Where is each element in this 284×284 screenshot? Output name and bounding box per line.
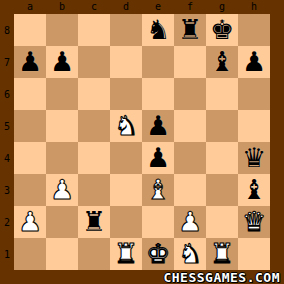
file-label-a: a <box>14 0 46 14</box>
square-c7 <box>78 46 110 78</box>
square-d2 <box>110 206 142 238</box>
square-g3 <box>206 174 238 206</box>
square-a8 <box>14 14 46 46</box>
square-h5 <box>238 110 270 142</box>
square-f4 <box>174 142 206 174</box>
square-a7: ♟ <box>14 46 46 78</box>
square-e5: ♟ <box>142 110 174 142</box>
rank-labels: 87654321 <box>0 14 14 270</box>
square-c3 <box>78 174 110 206</box>
square-b5 <box>46 110 78 142</box>
white-knight-piece: ♞ <box>110 110 142 142</box>
square-a5 <box>14 110 46 142</box>
square-d1: ♜ <box>110 238 142 270</box>
square-e1: ♚ <box>142 238 174 270</box>
square-d4 <box>110 142 142 174</box>
black-knight-piece: ♞ <box>142 14 174 46</box>
black-pawn-piece: ♟ <box>14 46 46 78</box>
file-label-f: f <box>174 0 206 14</box>
rank-label-2: 2 <box>0 206 14 238</box>
rank-label-1: 1 <box>0 238 14 270</box>
square-e3: ♝ <box>142 174 174 206</box>
square-b6 <box>46 78 78 110</box>
file-label-c: c <box>78 0 110 14</box>
rank-label-7: 7 <box>0 46 14 78</box>
white-bishop-piece: ♝ <box>142 174 174 206</box>
square-f7 <box>174 46 206 78</box>
black-pawn-piece: ♟ <box>142 142 174 174</box>
square-g6 <box>206 78 238 110</box>
square-e4: ♟ <box>142 142 174 174</box>
black-pawn-piece: ♟ <box>46 46 78 78</box>
square-d5: ♞ <box>110 110 142 142</box>
black-pawn-piece: ♟ <box>238 46 270 78</box>
black-bishop-piece: ♝ <box>238 174 270 206</box>
file-label-b: b <box>46 0 78 14</box>
white-queen-piece: ♛ <box>238 206 270 238</box>
square-e7 <box>142 46 174 78</box>
square-a4 <box>14 142 46 174</box>
square-h4: ♛ <box>238 142 270 174</box>
square-f2: ♟ <box>174 206 206 238</box>
square-b7: ♟ <box>46 46 78 78</box>
square-d3 <box>110 174 142 206</box>
square-a6 <box>14 78 46 110</box>
square-d7 <box>110 46 142 78</box>
square-c1 <box>78 238 110 270</box>
square-h2: ♛ <box>238 206 270 238</box>
chessboard-frame: abcdefgh 87654321 ♞♜♚♟♟♝♟♞♟♟♛♟♝♝♟♜♟♛♜♚♞♜… <box>0 0 284 284</box>
square-f8: ♜ <box>174 14 206 46</box>
square-g5 <box>206 110 238 142</box>
square-b1 <box>46 238 78 270</box>
square-b4 <box>46 142 78 174</box>
square-e8: ♞ <box>142 14 174 46</box>
rank-label-3: 3 <box>0 174 14 206</box>
square-b3: ♟ <box>46 174 78 206</box>
square-e2 <box>142 206 174 238</box>
file-label-g: g <box>206 0 238 14</box>
square-g1: ♜ <box>206 238 238 270</box>
square-a3 <box>14 174 46 206</box>
square-g4 <box>206 142 238 174</box>
rank-label-6: 6 <box>0 78 14 110</box>
square-b8 <box>46 14 78 46</box>
site-branding-label: CHESSGAMES.COM <box>14 270 282 284</box>
square-h8 <box>238 14 270 46</box>
white-king-piece: ♚ <box>142 238 174 270</box>
square-c8 <box>78 14 110 46</box>
white-pawn-piece: ♟ <box>46 174 78 206</box>
rank-label-4: 4 <box>0 142 14 174</box>
square-f1: ♞ <box>174 238 206 270</box>
square-c4 <box>78 142 110 174</box>
white-rook-piece: ♜ <box>206 238 238 270</box>
square-a1 <box>14 238 46 270</box>
rank-label-5: 5 <box>0 110 14 142</box>
white-pawn-piece: ♟ <box>174 206 206 238</box>
square-a2: ♟ <box>14 206 46 238</box>
chess-board: ♞♜♚♟♟♝♟♞♟♟♛♟♝♝♟♜♟♛♜♚♞♜ <box>14 14 270 270</box>
square-g8: ♚ <box>206 14 238 46</box>
file-label-d: d <box>110 0 142 14</box>
square-e6 <box>142 78 174 110</box>
square-b2 <box>46 206 78 238</box>
square-c5 <box>78 110 110 142</box>
black-bishop-piece: ♝ <box>206 46 238 78</box>
square-c6 <box>78 78 110 110</box>
white-rook-piece: ♜ <box>110 238 142 270</box>
square-h7: ♟ <box>238 46 270 78</box>
black-king-piece: ♚ <box>206 14 238 46</box>
square-g7: ♝ <box>206 46 238 78</box>
white-knight-piece: ♞ <box>174 238 206 270</box>
file-label-h: h <box>238 0 270 14</box>
white-pawn-piece: ♟ <box>14 206 46 238</box>
square-d6 <box>110 78 142 110</box>
square-c2: ♜ <box>78 206 110 238</box>
square-d8 <box>110 14 142 46</box>
square-h6 <box>238 78 270 110</box>
square-g2 <box>206 206 238 238</box>
file-labels: abcdefgh <box>14 0 270 14</box>
square-f3 <box>174 174 206 206</box>
square-h1 <box>238 238 270 270</box>
black-rook-piece: ♜ <box>78 206 110 238</box>
rank-label-8: 8 <box>0 14 14 46</box>
square-f6 <box>174 78 206 110</box>
black-pawn-piece: ♟ <box>142 110 174 142</box>
black-queen-piece: ♛ <box>238 142 270 174</box>
file-label-e: e <box>142 0 174 14</box>
square-h3: ♝ <box>238 174 270 206</box>
black-rook-piece: ♜ <box>174 14 206 46</box>
square-f5 <box>174 110 206 142</box>
